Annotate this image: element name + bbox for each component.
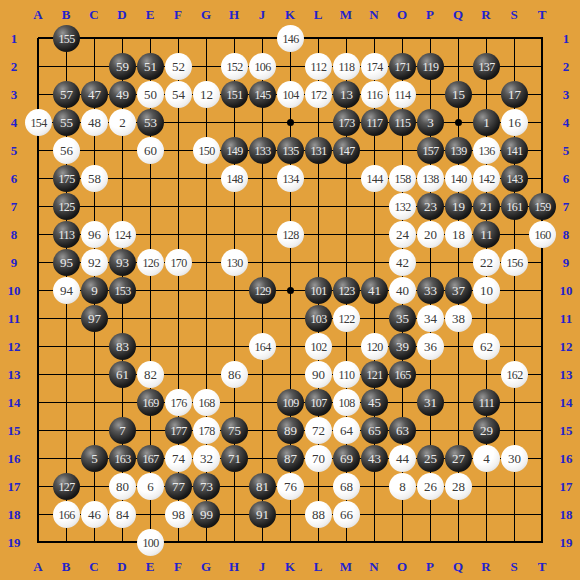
column-label: A [33,560,42,573]
go-stone-white-R16: 4 [473,445,500,472]
go-stone-white-H6: 148 [221,165,248,192]
go-stone-black-O15: 63 [389,417,416,444]
move-number: 103 [310,313,326,325]
move-number: 35 [396,312,409,325]
go-stone-white-M17: 68 [333,473,360,500]
row-label: 15 [8,424,21,437]
star-point [287,119,294,126]
move-number: 145 [254,89,270,101]
move-number: 173 [338,117,354,129]
move-number: 168 [198,397,214,409]
move-number: 151 [226,89,242,101]
go-stone-white-T8: 160 [529,221,556,248]
move-number: 58 [88,172,101,185]
go-stone-black-M4: 173 [333,109,360,136]
go-stone-black-B1: 155 [53,25,80,52]
go-stone-black-O12: 39 [389,333,416,360]
go-stone-black-D10: 153 [109,277,136,304]
go-stone-black-L10: 101 [305,277,332,304]
move-number: 25 [424,452,437,465]
move-number: 93 [116,256,129,269]
move-number: 5 [91,452,98,465]
move-number: 40 [396,284,409,297]
go-stone-black-M16: 69 [333,445,360,472]
go-stone-white-S13: 162 [501,361,528,388]
go-stone-black-M3: 13 [333,81,360,108]
go-stone-white-R10: 10 [473,277,500,304]
move-number: 142 [478,173,494,185]
go-stone-white-O10: 40 [389,277,416,304]
row-label: 19 [8,536,21,549]
move-number: 149 [226,145,242,157]
move-number: 65 [368,424,381,437]
row-label: 4 [563,116,570,129]
move-number: 33 [424,284,437,297]
go-stone-white-B10: 94 [53,277,80,304]
move-number: 135 [282,145,298,157]
move-number: 134 [282,173,298,185]
row-label: 12 [560,340,573,353]
move-number: 47 [88,88,101,101]
go-stone-white-M14: 108 [333,389,360,416]
go-stone-black-Q16: 27 [445,445,472,472]
move-number: 138 [422,173,438,185]
go-stone-black-D3: 49 [109,81,136,108]
go-stone-white-L16: 70 [305,445,332,472]
go-stone-white-G15: 178 [193,417,220,444]
column-label: O [397,8,407,21]
go-stone-white-O16: 44 [389,445,416,472]
row-label: 3 [563,88,570,101]
move-number: 167 [142,453,158,465]
move-number: 57 [60,88,73,101]
move-number: 89 [284,424,297,437]
go-stone-white-Q11: 38 [445,305,472,332]
go-stone-white-M11: 122 [333,305,360,332]
column-label: N [369,560,378,573]
move-number: 42 [396,256,409,269]
move-number: 133 [254,145,270,157]
move-number: 63 [396,424,409,437]
column-label: E [146,560,155,573]
go-stone-black-S5: 141 [501,137,528,164]
go-stone-black-H3: 151 [221,81,248,108]
go-stone-black-N4: 117 [361,109,388,136]
move-number: 95 [60,256,73,269]
go-stone-black-J18: 91 [249,501,276,528]
move-number: 170 [170,257,186,269]
move-number: 4 [483,452,490,465]
move-number: 152 [226,61,242,73]
go-stone-white-F3: 54 [165,81,192,108]
go-stone-white-R12: 62 [473,333,500,360]
go-stone-black-E16: 167 [137,445,164,472]
go-stone-white-E3: 50 [137,81,164,108]
column-label: Q [453,560,463,573]
row-label: 10 [8,284,21,297]
go-stone-white-S16: 30 [501,445,528,472]
move-number: 15 [452,88,465,101]
move-number: 54 [172,88,185,101]
move-number: 177 [170,425,186,437]
go-stone-white-P6: 138 [417,165,444,192]
go-stone-white-O3: 114 [389,81,416,108]
row-label: 10 [560,284,573,297]
go-stone-black-D15: 7 [109,417,136,444]
go-stone-white-P12: 36 [417,333,444,360]
go-stone-black-K15: 89 [277,417,304,444]
go-stone-white-K6: 134 [277,165,304,192]
move-number: 144 [366,173,382,185]
move-number: 136 [478,145,494,157]
move-number: 66 [340,508,353,521]
move-number: 44 [396,452,409,465]
move-number: 158 [394,173,410,185]
move-number: 59 [116,60,129,73]
go-stone-white-A4: 154 [25,109,52,136]
move-number: 119 [423,61,439,73]
move-number: 19 [452,200,465,213]
go-stone-black-M10: 123 [333,277,360,304]
move-number: 38 [452,312,465,325]
move-number: 43 [368,452,381,465]
go-stone-black-K14: 109 [277,389,304,416]
go-stone-white-Q8: 18 [445,221,472,248]
go-stone-black-E14: 169 [137,389,164,416]
go-stone-white-E5: 60 [137,137,164,164]
go-stone-black-P4: 3 [417,109,444,136]
move-number: 106 [254,61,270,73]
row-label: 13 [560,368,573,381]
move-number: 155 [58,33,74,45]
move-number: 45 [368,396,381,409]
row-label: 12 [8,340,21,353]
move-number: 161 [506,201,522,213]
move-number: 172 [310,89,326,101]
move-number: 84 [116,508,129,521]
move-number: 108 [338,397,354,409]
go-stone-black-M5: 147 [333,137,360,164]
go-stone-white-Q6: 140 [445,165,472,192]
go-stone-white-L3: 172 [305,81,332,108]
move-number: 82 [144,368,157,381]
go-stone-white-F14: 176 [165,389,192,416]
go-stone-white-P8: 20 [417,221,444,248]
go-stone-black-N15: 65 [361,417,388,444]
go-stone-black-N14: 45 [361,389,388,416]
column-label: L [314,560,323,573]
go-stone-black-L14: 107 [305,389,332,416]
go-stone-white-G3: 12 [193,81,220,108]
go-stone-black-R8: 11 [473,221,500,248]
row-label: 1 [563,32,570,45]
move-number: 139 [450,145,466,157]
move-number: 37 [452,284,465,297]
column-label: T [538,560,547,573]
move-number: 104 [282,89,298,101]
column-label: K [285,8,295,21]
move-number: 160 [534,229,550,241]
column-label: P [426,560,434,573]
move-number: 120 [366,341,382,353]
go-stone-black-O2: 171 [389,53,416,80]
move-number: 123 [338,285,354,297]
row-label: 15 [560,424,573,437]
go-stone-white-F2: 52 [165,53,192,80]
move-number: 98 [172,508,185,521]
move-number: 154 [30,117,46,129]
column-label: J [259,560,266,573]
move-number: 86 [228,368,241,381]
row-label: 19 [560,536,573,549]
go-stone-black-J17: 81 [249,473,276,500]
go-stone-white-H13: 86 [221,361,248,388]
go-stone-white-F18: 98 [165,501,192,528]
go-stone-black-H5: 149 [221,137,248,164]
column-label: C [89,560,98,573]
row-label: 5 [11,144,18,157]
go-stone-white-G16: 32 [193,445,220,472]
move-number: 153 [114,285,130,297]
column-label: P [426,8,434,21]
move-number: 88 [312,508,325,521]
go-stone-white-M2: 118 [333,53,360,80]
move-number: 23 [424,200,437,213]
go-stone-black-E4: 53 [137,109,164,136]
move-number: 62 [480,340,493,353]
go-stone-black-C11: 97 [81,305,108,332]
row-label: 2 [11,60,18,73]
go-stone-white-C4: 48 [81,109,108,136]
move-number: 3 [427,116,434,129]
go-stone-black-B4: 55 [53,109,80,136]
row-label: 16 [8,452,21,465]
row-label: 8 [11,228,18,241]
column-label: H [229,560,239,573]
go-stone-black-Q7: 19 [445,193,472,220]
move-number: 55 [60,116,73,129]
go-stone-white-R9: 22 [473,249,500,276]
go-stone-black-B9: 95 [53,249,80,276]
go-stone-white-M15: 64 [333,417,360,444]
row-label: 4 [11,116,18,129]
go-stone-black-T7: 159 [529,193,556,220]
move-number: 61 [116,368,129,381]
move-number: 127 [58,481,74,493]
move-number: 17 [508,88,521,101]
move-number: 39 [396,340,409,353]
go-stone-black-Q10: 37 [445,277,472,304]
move-number: 83 [116,340,129,353]
move-number: 49 [116,88,129,101]
go-stone-black-F17: 77 [165,473,192,500]
column-label: N [369,8,378,21]
move-number: 13 [340,88,353,101]
move-number: 11 [480,228,493,241]
move-number: 16 [508,116,521,129]
move-number: 166 [58,509,74,521]
go-stone-black-Q5: 139 [445,137,472,164]
move-number: 110 [339,369,355,381]
go-stone-white-G5: 150 [193,137,220,164]
move-number: 146 [282,33,298,45]
row-label: 14 [560,396,573,409]
go-stone-white-H2: 152 [221,53,248,80]
go-stone-black-J10: 129 [249,277,276,304]
move-number: 128 [282,229,298,241]
go-stone-white-M13: 110 [333,361,360,388]
go-stone-black-B17: 127 [53,473,80,500]
go-stone-white-M18: 66 [333,501,360,528]
go-board-grid[interactable]: 1555951171119137574749151145131517555317… [38,38,543,543]
move-number: 159 [534,201,550,213]
go-stone-white-K3: 104 [277,81,304,108]
go-stone-white-O6: 158 [389,165,416,192]
go-stone-black-G18: 99 [193,501,220,528]
move-number: 12 [200,88,213,101]
move-number: 50 [144,88,157,101]
move-number: 36 [424,340,437,353]
move-number: 81 [256,480,269,493]
go-stone-black-B6: 175 [53,165,80,192]
move-number: 130 [226,257,242,269]
column-label: C [89,8,98,21]
go-stone-black-P7: 23 [417,193,444,220]
go-stone-white-F16: 74 [165,445,192,472]
go-stone-white-S9: 156 [501,249,528,276]
go-stone-black-F15: 177 [165,417,192,444]
go-stone-black-C16: 5 [81,445,108,472]
row-label: 18 [8,508,21,521]
go-stone-white-Q17: 28 [445,473,472,500]
go-stone-black-K5: 135 [277,137,304,164]
go-stone-white-P17: 26 [417,473,444,500]
go-stone-black-R14: 111 [473,389,500,416]
go-stone-white-D17: 80 [109,473,136,500]
column-label: L [314,8,323,21]
move-number: 32 [200,452,213,465]
move-number: 143 [506,173,522,185]
row-label: 6 [11,172,18,185]
move-number: 148 [226,173,242,185]
move-number: 163 [114,453,130,465]
column-label: R [481,560,490,573]
go-stone-white-O17: 8 [389,473,416,500]
go-stone-black-D16: 163 [109,445,136,472]
go-stone-black-G17: 73 [193,473,220,500]
move-number: 96 [88,228,101,241]
column-label: H [229,8,239,21]
go-stone-white-E13: 82 [137,361,164,388]
column-label: G [201,8,211,21]
move-number: 28 [452,480,465,493]
go-stone-black-S7: 161 [501,193,528,220]
move-number: 178 [198,425,214,437]
move-number: 1 [483,116,490,129]
go-stone-white-C6: 58 [81,165,108,192]
row-label: 9 [563,256,570,269]
column-label: M [340,8,352,21]
move-number: 75 [228,424,241,437]
move-number: 118 [339,61,355,73]
go-stone-white-L2: 112 [305,53,332,80]
move-number: 112 [311,61,327,73]
move-number: 34 [424,312,437,325]
move-number: 52 [172,60,185,73]
go-stone-white-O8: 24 [389,221,416,248]
row-label: 11 [8,312,20,325]
column-label: E [146,8,155,21]
move-number: 41 [368,284,381,297]
move-number: 100 [142,537,158,549]
go-stone-white-N6: 144 [361,165,388,192]
go-stone-white-P11: 34 [417,305,444,332]
move-number: 124 [114,229,130,241]
go-stone-white-N2: 174 [361,53,388,80]
move-number: 169 [142,397,158,409]
go-stone-white-R6: 142 [473,165,500,192]
go-stone-white-B5: 56 [53,137,80,164]
go-stone-black-B3: 57 [53,81,80,108]
go-stone-white-D18: 84 [109,501,136,528]
column-label: Q [453,8,463,21]
move-number: 116 [367,89,383,101]
go-stone-white-O9: 42 [389,249,416,276]
move-number: 26 [424,480,437,493]
column-label: A [33,8,42,21]
move-number: 48 [88,116,101,129]
go-stone-black-P5: 157 [417,137,444,164]
move-number: 24 [396,228,409,241]
row-label: 17 [8,480,21,493]
go-stone-white-D8: 124 [109,221,136,248]
go-stone-white-E17: 6 [137,473,164,500]
move-number: 56 [60,144,73,157]
move-number: 69 [340,452,353,465]
move-number: 111 [479,397,494,409]
move-number: 92 [88,256,101,269]
go-stone-black-J3: 145 [249,81,276,108]
move-number: 126 [142,257,158,269]
move-number: 94 [60,284,73,297]
move-number: 27 [452,452,465,465]
move-number: 53 [144,116,157,129]
go-stone-white-L13: 90 [305,361,332,388]
move-number: 162 [506,369,522,381]
go-stone-white-J12: 164 [249,333,276,360]
move-number: 7 [119,424,126,437]
go-stone-black-L11: 103 [305,305,332,332]
row-label: 9 [11,256,18,269]
move-number: 125 [58,201,74,213]
row-label: 8 [563,228,570,241]
row-label: 16 [560,452,573,465]
move-number: 90 [312,368,325,381]
move-number: 150 [198,145,214,157]
go-stone-black-S3: 17 [501,81,528,108]
move-number: 76 [284,480,297,493]
move-number: 97 [88,312,101,325]
move-number: 51 [144,60,157,73]
move-number: 9 [91,284,98,297]
go-stone-white-E9: 126 [137,249,164,276]
move-number: 64 [340,424,353,437]
move-number: 71 [228,452,241,465]
go-stone-white-K1: 146 [277,25,304,52]
move-number: 77 [172,480,185,493]
move-number: 174 [366,61,382,73]
row-label: 11 [560,312,572,325]
